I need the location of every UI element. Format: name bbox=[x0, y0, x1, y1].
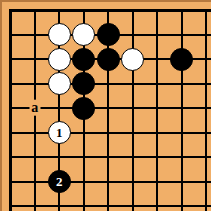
grid-line-h bbox=[145, 181, 170, 183]
grid-line-h bbox=[96, 9, 121, 12]
board-cell: 2 bbox=[47, 170, 72, 195]
board-cell bbox=[47, 23, 72, 48]
board-cell bbox=[145, 194, 170, 211]
white-stone bbox=[48, 48, 71, 71]
grid-line-h bbox=[47, 107, 72, 109]
grid-line-h bbox=[194, 9, 211, 12]
grid-line-h bbox=[72, 181, 97, 183]
board-cell bbox=[145, 72, 170, 97]
white-stone bbox=[72, 23, 95, 46]
black-stone bbox=[170, 48, 193, 71]
point-label-a: a bbox=[29, 100, 40, 115]
grid-line-v bbox=[34, 194, 36, 211]
grid-line-h bbox=[96, 156, 121, 158]
board-cell bbox=[121, 96, 146, 121]
grid-line-h bbox=[194, 107, 211, 109]
board-cell bbox=[121, 145, 146, 170]
black-stone bbox=[72, 72, 95, 95]
white-stone: 1 bbox=[48, 121, 71, 144]
white-stone bbox=[121, 48, 144, 71]
black-stone bbox=[97, 23, 120, 46]
grid-line-h bbox=[121, 9, 146, 12]
grid-line-h bbox=[96, 205, 121, 207]
board-cell bbox=[170, 170, 195, 195]
grid-line-h bbox=[145, 205, 170, 207]
grid-line-h bbox=[194, 156, 211, 158]
board-cell bbox=[145, 23, 170, 48]
board-cell bbox=[23, 23, 48, 48]
board-cell bbox=[194, 0, 211, 23]
grid-line-h bbox=[145, 156, 170, 158]
board-cell bbox=[121, 0, 146, 23]
grid-line-h bbox=[47, 156, 72, 158]
grid-line-h bbox=[170, 9, 195, 12]
grid-line-h bbox=[47, 205, 72, 207]
board-cell bbox=[23, 47, 48, 72]
grid-line-v bbox=[58, 194, 60, 211]
board-cell bbox=[145, 47, 170, 72]
grid-line-v bbox=[83, 194, 85, 211]
grid-line-h bbox=[121, 132, 146, 134]
board-cell bbox=[194, 47, 211, 72]
grid-line-h bbox=[96, 181, 121, 183]
board-cell bbox=[0, 72, 23, 97]
board-cell bbox=[23, 145, 48, 170]
grid-line-h bbox=[194, 132, 211, 134]
board-cell bbox=[0, 194, 23, 211]
stone-number: 1 bbox=[56, 126, 63, 139]
board-cell bbox=[96, 96, 121, 121]
grid-line-h bbox=[9, 181, 23, 183]
board-cell bbox=[0, 145, 23, 170]
board-cell bbox=[121, 194, 146, 211]
grid-line-h bbox=[145, 132, 170, 134]
grid-line-v bbox=[107, 194, 109, 211]
grid-line-h bbox=[72, 132, 97, 134]
board-cell bbox=[194, 96, 211, 121]
grid-line-h bbox=[96, 132, 121, 134]
board-cell bbox=[145, 170, 170, 195]
board-cell bbox=[121, 121, 146, 146]
grid-line-h bbox=[72, 9, 97, 12]
grid-line-h bbox=[194, 58, 211, 60]
grid-line-h bbox=[194, 83, 211, 85]
grid-line-h bbox=[23, 34, 48, 36]
grid-line-h bbox=[72, 205, 97, 207]
board-cell bbox=[194, 72, 211, 97]
grid-line-h bbox=[9, 9, 23, 12]
board-cell bbox=[170, 23, 195, 48]
grid-line-h bbox=[9, 156, 23, 158]
board-cell bbox=[23, 121, 48, 146]
grid-line-h bbox=[121, 107, 146, 109]
go-board-diagram: a12 bbox=[0, 0, 211, 211]
black-stone bbox=[97, 48, 120, 71]
grid-line-h bbox=[145, 83, 170, 85]
board-cell bbox=[121, 47, 146, 72]
black-stone bbox=[72, 48, 95, 71]
grid-line-h bbox=[96, 107, 121, 109]
board-cell bbox=[0, 121, 23, 146]
board-cell bbox=[23, 72, 48, 97]
grid-line-h bbox=[145, 34, 170, 36]
grid-line-v bbox=[205, 194, 207, 211]
grid-line-v bbox=[132, 194, 134, 211]
board-cell bbox=[23, 170, 48, 195]
board-cell: a bbox=[23, 96, 48, 121]
board-cell bbox=[96, 0, 121, 23]
grid-line-h bbox=[121, 83, 146, 85]
board-cell bbox=[194, 23, 211, 48]
board-cell bbox=[96, 72, 121, 97]
grid-line-h bbox=[121, 34, 146, 36]
board-cell bbox=[145, 121, 170, 146]
grid-line-h bbox=[23, 132, 48, 134]
board-cell bbox=[96, 194, 121, 211]
board-cell bbox=[72, 170, 97, 195]
board-cell bbox=[96, 23, 121, 48]
board-cell bbox=[0, 96, 23, 121]
board-cell bbox=[0, 170, 23, 195]
grid-line-h bbox=[23, 58, 48, 60]
board-cell bbox=[145, 145, 170, 170]
board-cell bbox=[47, 72, 72, 97]
board-cell bbox=[96, 145, 121, 170]
board-cell bbox=[72, 72, 97, 97]
grid-line-h bbox=[9, 205, 23, 207]
board-cell bbox=[96, 47, 121, 72]
grid-line-h bbox=[194, 34, 211, 36]
grid-line-h bbox=[23, 156, 48, 158]
grid-line-h bbox=[72, 156, 97, 158]
grid-line-h bbox=[170, 156, 195, 158]
board-cell bbox=[145, 96, 170, 121]
white-stone bbox=[48, 72, 71, 95]
grid-line-h bbox=[9, 132, 23, 134]
grid-line-h bbox=[170, 107, 195, 109]
grid-line-h bbox=[23, 205, 48, 207]
grid-line-h bbox=[23, 181, 48, 183]
grid-line-h bbox=[194, 181, 211, 183]
board-cell bbox=[47, 96, 72, 121]
grid-line-h bbox=[170, 83, 195, 85]
board-cell bbox=[47, 194, 72, 211]
grid-line-h bbox=[96, 83, 121, 85]
board-cell bbox=[121, 23, 146, 48]
grid-line-h bbox=[23, 9, 48, 12]
board-cell bbox=[72, 121, 97, 146]
board-cell bbox=[121, 170, 146, 195]
board-cell bbox=[0, 23, 23, 48]
board-cell bbox=[47, 47, 72, 72]
grid-line-h bbox=[9, 83, 23, 85]
grid-line-h bbox=[9, 58, 23, 60]
board-cell bbox=[170, 96, 195, 121]
grid-line-v bbox=[181, 194, 183, 211]
grid-line-h bbox=[9, 34, 23, 36]
grid-line-h bbox=[170, 34, 195, 36]
board-cell bbox=[194, 121, 211, 146]
grid-line-v bbox=[9, 194, 12, 211]
board-cell bbox=[170, 47, 195, 72]
board-cell bbox=[170, 121, 195, 146]
board-cell bbox=[194, 170, 211, 195]
board-cell bbox=[170, 194, 195, 211]
board-cell bbox=[194, 194, 211, 211]
board-cell bbox=[194, 145, 211, 170]
board-cell bbox=[96, 170, 121, 195]
grid-line-h bbox=[194, 205, 211, 207]
board-cell bbox=[170, 72, 195, 97]
board-cell bbox=[47, 0, 72, 23]
board-cell bbox=[72, 96, 97, 121]
board-cell bbox=[72, 145, 97, 170]
grid-line-v bbox=[156, 194, 158, 211]
black-stone: 2 bbox=[48, 170, 71, 193]
board-cell bbox=[96, 121, 121, 146]
board-cell bbox=[72, 0, 97, 23]
grid-line-h bbox=[121, 205, 146, 207]
board-cell bbox=[170, 145, 195, 170]
board-cell bbox=[23, 194, 48, 211]
go-board: a12 bbox=[0, 0, 211, 211]
white-stone bbox=[48, 23, 71, 46]
stone-number: 2 bbox=[56, 175, 63, 188]
board-cell bbox=[170, 0, 195, 23]
grid-line-h bbox=[145, 9, 170, 12]
board-cell bbox=[72, 47, 97, 72]
board-cell bbox=[0, 47, 23, 72]
board-cell bbox=[72, 194, 97, 211]
grid-line-h bbox=[121, 181, 146, 183]
grid-line-h bbox=[170, 181, 195, 183]
grid-line-h bbox=[145, 107, 170, 109]
board-cell bbox=[121, 72, 146, 97]
grid-line-h bbox=[170, 205, 195, 207]
board-cell: 1 bbox=[47, 121, 72, 146]
grid-line-h bbox=[9, 107, 23, 109]
grid-line-h bbox=[170, 132, 195, 134]
black-stone bbox=[72, 97, 95, 120]
board-cell bbox=[145, 0, 170, 23]
grid-line-h bbox=[145, 58, 170, 60]
board-cell bbox=[47, 145, 72, 170]
grid-line-h bbox=[121, 156, 146, 158]
grid-line-h bbox=[23, 83, 48, 85]
board-cell bbox=[0, 0, 23, 23]
grid-line-h bbox=[47, 9, 72, 12]
board-cell bbox=[23, 0, 48, 23]
board-cell bbox=[72, 23, 97, 48]
